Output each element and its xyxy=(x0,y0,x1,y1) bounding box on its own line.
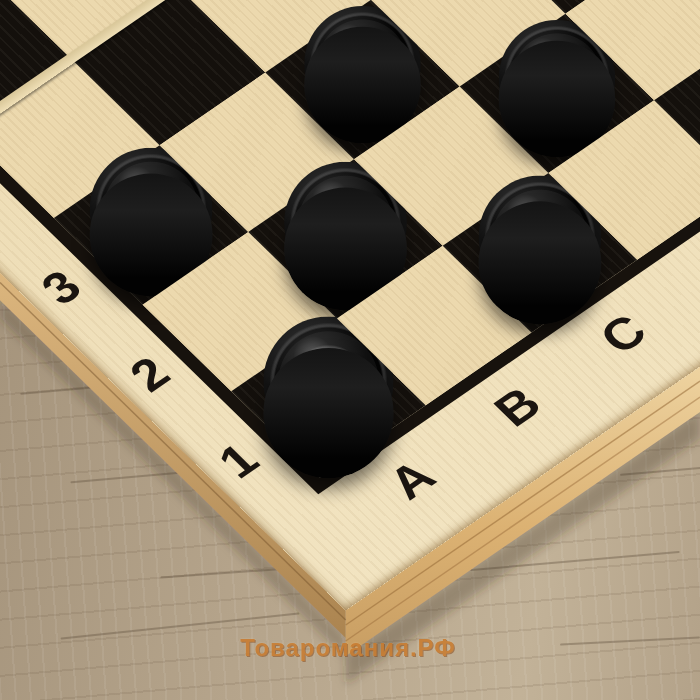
file-label-B: B xyxy=(473,371,561,442)
wood-grain-streak xyxy=(620,466,700,476)
checkers-board: 12345678ABCDEFGH xyxy=(0,0,700,610)
file-label-A: A xyxy=(368,444,456,515)
wood-grain-streak xyxy=(470,551,679,571)
file-label-C: C xyxy=(579,298,667,369)
wood-grain-streak xyxy=(560,636,700,645)
product-photo-stage: 12345678ABCDEFGH Товаромания.РФ xyxy=(0,0,700,700)
playing-area xyxy=(0,0,700,494)
watermark: Товаромания.РФ xyxy=(240,634,455,662)
